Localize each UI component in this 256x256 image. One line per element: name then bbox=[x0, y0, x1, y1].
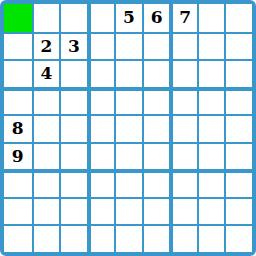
sudoku-cell[interactable] bbox=[197, 4, 225, 32]
sudoku-cell[interactable] bbox=[59, 59, 87, 87]
sudoku-cell[interactable]: 8 bbox=[4, 114, 32, 142]
sudoku-cell[interactable] bbox=[32, 4, 60, 32]
sudoku-cell[interactable] bbox=[87, 169, 115, 197]
sudoku-cell[interactable] bbox=[142, 59, 170, 87]
sudoku-cell[interactable] bbox=[87, 197, 115, 225]
sudoku-cell[interactable] bbox=[169, 169, 197, 197]
sudoku-cell[interactable] bbox=[197, 114, 225, 142]
sudoku-cell[interactable] bbox=[4, 197, 32, 225]
sudoku-cell[interactable] bbox=[224, 169, 252, 197]
sudoku-cell[interactable] bbox=[169, 59, 197, 87]
sudoku-cell[interactable] bbox=[142, 142, 170, 170]
sudoku-cell[interactable] bbox=[142, 224, 170, 252]
sudoku-cell[interactable] bbox=[87, 32, 115, 60]
sudoku-cell[interactable] bbox=[32, 169, 60, 197]
sudoku-cell[interactable] bbox=[224, 197, 252, 225]
sudoku-cell[interactable] bbox=[224, 142, 252, 170]
sudoku-cell[interactable] bbox=[4, 87, 32, 115]
sudoku-cell[interactable] bbox=[197, 169, 225, 197]
sudoku-cell[interactable]: 2 bbox=[32, 32, 60, 60]
sudoku-cell[interactable] bbox=[224, 59, 252, 87]
sudoku-cell[interactable]: 6 bbox=[142, 4, 170, 32]
sudoku-cell[interactable] bbox=[114, 87, 142, 115]
sudoku-cell[interactable] bbox=[87, 87, 115, 115]
sudoku-cell[interactable] bbox=[142, 87, 170, 115]
sudoku-cell[interactable] bbox=[142, 114, 170, 142]
sudoku-cell[interactable]: 3 bbox=[59, 32, 87, 60]
sudoku-cell[interactable] bbox=[142, 32, 170, 60]
sudoku-cell[interactable] bbox=[87, 4, 115, 32]
sudoku-cell[interactable] bbox=[87, 224, 115, 252]
sudoku-cell[interactable]: 7 bbox=[169, 4, 197, 32]
sudoku-cell[interactable] bbox=[59, 87, 87, 115]
sudoku-cell[interactable] bbox=[197, 197, 225, 225]
sudoku-cell[interactable] bbox=[4, 59, 32, 87]
sudoku-cell[interactable]: 4 bbox=[32, 59, 60, 87]
sudoku-cell[interactable] bbox=[59, 142, 87, 170]
sudoku-cell[interactable] bbox=[142, 197, 170, 225]
sudoku-cell[interactable] bbox=[32, 87, 60, 115]
sudoku-cell[interactable] bbox=[114, 114, 142, 142]
sudoku-cell[interactable] bbox=[224, 224, 252, 252]
sudoku-cell[interactable] bbox=[32, 142, 60, 170]
sudoku-cell[interactable] bbox=[169, 224, 197, 252]
sudoku-cell[interactable] bbox=[224, 114, 252, 142]
sudoku-cell[interactable] bbox=[87, 142, 115, 170]
sudoku-cell[interactable]: 9 bbox=[4, 142, 32, 170]
sudoku-cell[interactable] bbox=[169, 87, 197, 115]
sudoku-cell[interactable] bbox=[169, 32, 197, 60]
sudoku-cell[interactable] bbox=[4, 32, 32, 60]
sudoku-cell[interactable] bbox=[59, 197, 87, 225]
sudoku-cell[interactable] bbox=[32, 114, 60, 142]
sudoku-cell[interactable] bbox=[59, 114, 87, 142]
sudoku-cell[interactable] bbox=[114, 224, 142, 252]
sudoku-cell[interactable] bbox=[32, 197, 60, 225]
sudoku-cell[interactable] bbox=[197, 59, 225, 87]
sudoku-cell[interactable] bbox=[87, 59, 115, 87]
sudoku-cell[interactable] bbox=[114, 142, 142, 170]
sudoku-cell[interactable] bbox=[114, 59, 142, 87]
sudoku-cell[interactable] bbox=[87, 114, 115, 142]
sudoku-cell[interactable] bbox=[4, 169, 32, 197]
sudoku-cell[interactable]: 5 bbox=[114, 4, 142, 32]
sudoku-cell[interactable] bbox=[197, 32, 225, 60]
sudoku-cell[interactable] bbox=[224, 32, 252, 60]
sudoku-cell[interactable] bbox=[59, 169, 87, 197]
sudoku-cell[interactable] bbox=[224, 4, 252, 32]
sudoku-cell[interactable] bbox=[197, 142, 225, 170]
sudoku-cell[interactable] bbox=[197, 224, 225, 252]
sudoku-cell[interactable] bbox=[169, 114, 197, 142]
sudoku-cell[interactable] bbox=[197, 87, 225, 115]
selected-cell[interactable] bbox=[4, 4, 32, 32]
sudoku-cell[interactable] bbox=[224, 87, 252, 115]
sudoku-cell[interactable] bbox=[169, 197, 197, 225]
sudoku-board: 56723489 bbox=[0, 0, 256, 256]
sudoku-cell[interactable] bbox=[59, 224, 87, 252]
sudoku-cell[interactable] bbox=[114, 32, 142, 60]
sudoku-cell[interactable] bbox=[169, 142, 197, 170]
sudoku-cell[interactable] bbox=[142, 169, 170, 197]
sudoku-cell[interactable] bbox=[114, 169, 142, 197]
sudoku-cell[interactable] bbox=[59, 4, 87, 32]
sudoku-cell[interactable] bbox=[32, 224, 60, 252]
sudoku-cell[interactable] bbox=[114, 197, 142, 225]
sudoku-cell[interactable] bbox=[4, 224, 32, 252]
